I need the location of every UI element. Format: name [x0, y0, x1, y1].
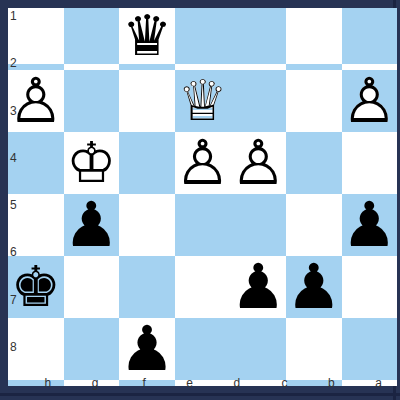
square-c6[interactable]: ♟ [230, 256, 286, 318]
square-b7[interactable] [286, 318, 342, 380]
frame-edge-bottom [0, 393, 400, 396]
square-f7[interactable]: ♟ [119, 318, 175, 380]
white-pawn-h3: ♟♙ [8, 70, 64, 132]
black-king-h6: ♚ [11, 259, 61, 315]
square-h4[interactable] [8, 132, 64, 194]
board-frame: ♛♟♙♛♕♟♙♚♔♟♙♟♙♟♟♚♟♟♟12345678hgfedcba [0, 0, 400, 400]
black-pawn-b6: ♟ [286, 256, 342, 318]
square-c7[interactable] [230, 318, 286, 380]
square-c3[interactable] [230, 70, 286, 132]
square-b6[interactable]: ♟ [286, 256, 342, 318]
square-e3[interactable]: ♛♕ [175, 70, 231, 132]
black-pawn-f7: ♟ [119, 318, 175, 380]
square-c1[interactable] [230, 8, 286, 64]
white-queen-e3: ♛♕ [177, 73, 227, 129]
square-c4[interactable]: ♟♙ [230, 132, 286, 194]
white-pawn-a3: ♟♙ [342, 70, 398, 132]
square-g5[interactable]: ♟ [64, 194, 120, 256]
square-c5[interactable] [230, 194, 286, 256]
square-h1[interactable] [8, 8, 64, 64]
square-a5[interactable]: ♟ [342, 194, 398, 256]
square-f3[interactable] [119, 70, 175, 132]
square-c8[interactable] [230, 380, 286, 386]
square-e6[interactable] [175, 256, 231, 318]
square-f6[interactable] [119, 256, 175, 318]
black-pawn-a5: ♟ [342, 194, 398, 256]
white-king-g4: ♚♔ [66, 135, 116, 191]
square-e4[interactable]: ♟♙ [175, 132, 231, 194]
square-b4[interactable] [286, 132, 342, 194]
square-a3[interactable]: ♟♙ [342, 70, 398, 132]
square-f4[interactable] [119, 132, 175, 194]
square-b1[interactable] [286, 8, 342, 64]
square-e5[interactable] [175, 194, 231, 256]
black-pawn-g5: ♟ [64, 194, 120, 256]
black-pawn-c6: ♟ [230, 256, 286, 318]
white-pawn-e4: ♟♙ [175, 132, 231, 194]
square-a8[interactable] [342, 380, 398, 386]
square-f8[interactable] [119, 380, 175, 386]
square-b5[interactable] [286, 194, 342, 256]
square-f5[interactable] [119, 194, 175, 256]
square-a4[interactable] [342, 132, 398, 194]
square-e1[interactable] [175, 8, 231, 64]
square-g1[interactable] [64, 8, 120, 64]
white-pawn-c4: ♟♙ [230, 132, 286, 194]
square-a7[interactable] [342, 318, 398, 380]
square-a1[interactable] [342, 8, 398, 64]
black-queen-f1: ♛ [122, 8, 172, 64]
square-e7[interactable] [175, 318, 231, 380]
square-g3[interactable] [64, 70, 120, 132]
square-h7[interactable] [8, 318, 64, 380]
square-h5[interactable] [8, 194, 64, 256]
square-g6[interactable] [64, 256, 120, 318]
square-e8[interactable] [175, 380, 231, 386]
square-a6[interactable] [342, 256, 398, 318]
square-h3[interactable]: ♟♙ [8, 70, 64, 132]
square-h6[interactable]: ♚ [8, 256, 64, 318]
square-b8[interactable] [286, 380, 342, 386]
square-g7[interactable] [64, 318, 120, 380]
square-f1[interactable]: ♛ [119, 8, 175, 64]
square-g8[interactable] [64, 380, 120, 386]
square-b3[interactable] [286, 70, 342, 132]
square-h8[interactable] [8, 380, 64, 386]
square-g4[interactable]: ♚♔ [64, 132, 120, 194]
chess-board: ♛♟♙♛♕♟♙♚♔♟♙♟♙♟♟♚♟♟♟12345678hgfedcba [8, 8, 386, 386]
